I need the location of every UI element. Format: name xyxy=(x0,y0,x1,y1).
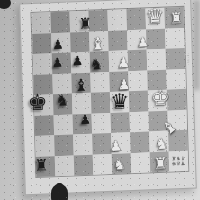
square-f2 xyxy=(130,131,150,152)
square-e4 xyxy=(110,91,130,112)
square-b5 xyxy=(52,73,72,94)
square-h4 xyxy=(167,89,187,110)
square-c1 xyxy=(74,154,94,175)
square-h6 xyxy=(166,48,186,69)
square-f6 xyxy=(128,49,148,70)
square-b6 xyxy=(52,52,72,73)
square-h8 xyxy=(164,7,184,28)
square-a2 xyxy=(35,135,55,156)
chess-photo: ♜♛♜♟♝♟♟♟♞♟♝♟♚♞♛♚♟♝♟♞♜♞♜♜♞♝♚♛♟ ·ı·ıı· xyxy=(0,0,200,200)
square-g6 xyxy=(147,49,167,70)
square-a5 xyxy=(33,74,53,95)
square-g1 xyxy=(150,151,170,172)
square-d2 xyxy=(92,133,112,154)
square-f1 xyxy=(131,152,151,173)
board-maker-emblem: ♜♞♝♚♛♟ xyxy=(169,150,189,171)
square-h7 xyxy=(165,27,185,48)
square-f7 xyxy=(127,29,147,50)
square-d4 xyxy=(91,92,111,113)
square-e3 xyxy=(110,112,130,133)
square-c2 xyxy=(73,134,93,155)
square-g8 xyxy=(145,8,165,29)
offboard-captured-piece xyxy=(51,184,68,200)
square-g3 xyxy=(148,110,168,131)
square-f3 xyxy=(129,111,149,132)
square-d5 xyxy=(90,71,110,92)
square-e1 xyxy=(112,153,132,174)
square-e5 xyxy=(109,71,129,92)
square-e2 xyxy=(111,132,131,153)
square-g7 xyxy=(146,28,166,49)
square-c5 xyxy=(71,72,91,93)
square-b3 xyxy=(54,114,74,135)
square-a1 xyxy=(36,156,56,177)
square-c8 xyxy=(69,11,89,32)
square-a7 xyxy=(32,33,52,54)
photo-edge-shade xyxy=(193,0,200,90)
emblem-row: ♚♛♟ xyxy=(172,161,186,167)
square-b7 xyxy=(51,32,71,53)
square-a6 xyxy=(33,53,53,74)
square-b8 xyxy=(50,11,70,32)
square-f4 xyxy=(129,90,149,111)
square-c4 xyxy=(72,93,92,114)
square-d7 xyxy=(89,30,109,51)
square-h3 xyxy=(167,109,187,130)
square-c6 xyxy=(71,52,91,73)
square-c3 xyxy=(73,113,93,134)
board-side-marking: ·ı·ıı· xyxy=(186,53,191,66)
square-g5 xyxy=(147,69,167,90)
square-e6 xyxy=(109,50,129,71)
square-b1 xyxy=(55,155,75,176)
square-g2 xyxy=(149,131,169,152)
square-g4 xyxy=(148,90,168,111)
square-a3 xyxy=(35,115,55,136)
chessboard: ♜♛♜♟♝♟♟♟♞♟♝♟♚♞♛♚♟♝♟♞♜♞♜♜♞♝♚♛♟ ·ı·ıı· xyxy=(19,0,197,195)
square-d6 xyxy=(90,51,110,72)
square-d3 xyxy=(92,112,112,133)
square-f8 xyxy=(126,8,146,29)
square-f5 xyxy=(128,70,148,91)
square-e7 xyxy=(108,30,128,51)
square-h2 xyxy=(168,130,188,151)
square-b4 xyxy=(53,93,73,114)
square-d1 xyxy=(93,153,113,174)
square-h5 xyxy=(166,68,186,89)
offboard-object-top-left xyxy=(0,0,11,9)
square-e8 xyxy=(107,9,127,30)
square-d8 xyxy=(88,10,108,31)
board-grid: ♜♛♜♟♝♟♟♟♞♟♝♟♚♞♛♚♟♝♟♞♜♞♜♜♞♝♚♛♟ xyxy=(32,7,189,177)
square-a8 xyxy=(32,12,52,33)
square-c7 xyxy=(70,31,90,52)
square-b2 xyxy=(54,134,74,155)
square-a4 xyxy=(34,94,54,115)
